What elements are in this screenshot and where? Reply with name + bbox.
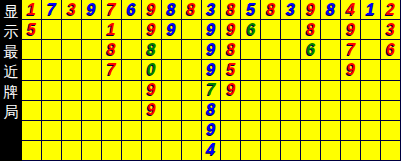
cell-r4c17: 9 bbox=[341, 60, 361, 80]
cell-r5c4 bbox=[82, 81, 102, 101]
cell-r5c17 bbox=[341, 81, 361, 101]
cell-r3c2 bbox=[42, 40, 62, 60]
cell-r4c16 bbox=[321, 60, 341, 80]
cell-r7c11 bbox=[221, 121, 241, 141]
cell-r3c1 bbox=[22, 40, 42, 60]
cell-r1c9: 8 bbox=[182, 0, 202, 20]
cell-r5c10: 7 bbox=[202, 81, 222, 101]
cell-r2c5: 1 bbox=[102, 20, 122, 40]
cell-r2c11: 9 bbox=[221, 20, 241, 40]
cell-r5c6 bbox=[122, 81, 142, 101]
cell-r8c1 bbox=[22, 141, 42, 161]
cell-r7c5 bbox=[102, 121, 122, 141]
cell-r2c17: 9 bbox=[341, 20, 361, 40]
cell-r6c2 bbox=[42, 101, 62, 121]
cell-r5c7: 9 bbox=[142, 81, 162, 101]
title-char: 局 bbox=[4, 102, 19, 122]
cell-r8c18 bbox=[361, 141, 381, 161]
cell-r2c7: 9 bbox=[142, 20, 162, 40]
cell-r2c4 bbox=[82, 20, 102, 40]
cell-r6c8 bbox=[162, 101, 182, 121]
cell-r3c17: 7 bbox=[341, 40, 361, 60]
cell-r4c14 bbox=[281, 60, 301, 80]
cell-r1c4: 9 bbox=[82, 0, 102, 20]
cell-r2c9 bbox=[182, 20, 202, 40]
cell-r1c12: 5 bbox=[241, 0, 261, 20]
cell-r3c5: 8 bbox=[102, 40, 122, 60]
cell-r3c11: 8 bbox=[221, 40, 241, 60]
cell-r4c9 bbox=[182, 60, 202, 80]
cell-r5c9 bbox=[182, 81, 202, 101]
cell-r2c14 bbox=[281, 20, 301, 40]
title-char: 近 bbox=[4, 62, 19, 82]
cell-r8c2 bbox=[42, 141, 62, 161]
cell-r5c3 bbox=[62, 81, 82, 101]
cell-r7c10: 9 bbox=[202, 121, 222, 141]
cell-r3c7: 8 bbox=[142, 40, 162, 60]
cell-r6c19 bbox=[381, 101, 401, 121]
cell-r6c7: 9 bbox=[142, 101, 162, 121]
cell-r5c13 bbox=[261, 81, 281, 101]
cell-r6c14 bbox=[281, 101, 301, 121]
cell-r6c3 bbox=[62, 101, 82, 121]
cell-r8c12 bbox=[241, 141, 261, 161]
cell-r1c10: 3 bbox=[202, 0, 222, 20]
cell-r8c6 bbox=[122, 141, 142, 161]
cell-r1c17: 4 bbox=[341, 0, 361, 20]
cell-r3c15: 6 bbox=[301, 40, 321, 60]
cell-r1c8: 8 bbox=[162, 0, 182, 20]
title-char: 牌 bbox=[4, 82, 19, 102]
cell-r4c7: 0 bbox=[142, 60, 162, 80]
cell-r8c15 bbox=[301, 141, 321, 161]
cell-r6c5 bbox=[102, 101, 122, 121]
cell-r3c19: 6 bbox=[381, 40, 401, 60]
cell-r7c19 bbox=[381, 121, 401, 141]
cell-r2c8: 9 bbox=[162, 20, 182, 40]
cell-r2c18 bbox=[361, 20, 381, 40]
cell-r1c16: 8 bbox=[321, 0, 341, 20]
cell-r7c15 bbox=[301, 121, 321, 141]
cell-r8c11 bbox=[221, 141, 241, 161]
cell-r4c6 bbox=[122, 60, 142, 80]
cell-r4c12 bbox=[241, 60, 261, 80]
cell-r5c19 bbox=[381, 81, 401, 101]
cell-r3c14 bbox=[281, 40, 301, 60]
cell-r8c4 bbox=[82, 141, 102, 161]
cell-r3c12 bbox=[241, 40, 261, 60]
cell-r8c13 bbox=[261, 141, 281, 161]
cell-r8c17 bbox=[341, 141, 361, 161]
cell-r4c18 bbox=[361, 60, 381, 80]
cell-r7c13 bbox=[261, 121, 281, 141]
cell-r6c9 bbox=[182, 101, 202, 121]
cell-r4c13 bbox=[261, 60, 281, 80]
cell-r4c10: 9 bbox=[202, 60, 222, 80]
cell-r1c2: 7 bbox=[42, 0, 62, 20]
cell-r1c7: 9 bbox=[142, 0, 162, 20]
title-char: 示 bbox=[4, 22, 19, 42]
cell-r2c2 bbox=[42, 20, 62, 40]
cell-r4c8 bbox=[162, 60, 182, 80]
cell-r6c6 bbox=[122, 101, 142, 121]
cell-r7c17 bbox=[341, 121, 361, 141]
cell-r1c19: 2 bbox=[381, 0, 401, 20]
cell-r2c12: 6 bbox=[241, 20, 261, 40]
cell-r6c16 bbox=[321, 101, 341, 121]
recent-games-board: 显 示 最 近 牌 局 1739769883858398412519999689… bbox=[0, 0, 401, 161]
cell-r8c5 bbox=[102, 141, 122, 161]
cell-r1c18: 1 bbox=[361, 0, 381, 20]
cell-r7c18 bbox=[361, 121, 381, 141]
cell-r7c14 bbox=[281, 121, 301, 141]
cell-r5c12 bbox=[241, 81, 261, 101]
cell-r5c1 bbox=[22, 81, 42, 101]
cell-r2c15: 8 bbox=[301, 20, 321, 40]
cell-r3c3 bbox=[62, 40, 82, 60]
cell-r7c7 bbox=[142, 121, 162, 141]
cell-r6c11 bbox=[221, 101, 241, 121]
cell-r6c17 bbox=[341, 101, 361, 121]
cell-r2c13 bbox=[261, 20, 281, 40]
cell-r6c4 bbox=[82, 101, 102, 121]
cell-r7c16 bbox=[321, 121, 341, 141]
cell-r4c3 bbox=[62, 60, 82, 80]
cell-r3c4 bbox=[82, 40, 102, 60]
cell-r4c5: 7 bbox=[102, 60, 122, 80]
cell-r2c1: 5 bbox=[22, 20, 42, 40]
cell-r5c11: 9 bbox=[221, 81, 241, 101]
cell-r3c8 bbox=[162, 40, 182, 60]
cell-r1c1: 1 bbox=[22, 0, 42, 20]
cell-r2c16 bbox=[321, 20, 341, 40]
cell-r8c7 bbox=[142, 141, 162, 161]
cell-r6c1 bbox=[22, 101, 42, 121]
cell-r8c3 bbox=[62, 141, 82, 161]
cell-r4c19 bbox=[381, 60, 401, 80]
cell-r3c6 bbox=[122, 40, 142, 60]
cell-r7c2 bbox=[42, 121, 62, 141]
cell-r5c18 bbox=[361, 81, 381, 101]
cell-r3c9 bbox=[182, 40, 202, 60]
cell-r7c1 bbox=[22, 121, 42, 141]
cell-r1c3: 3 bbox=[62, 0, 82, 20]
cell-r8c9 bbox=[182, 141, 202, 161]
cell-r5c5 bbox=[102, 81, 122, 101]
cell-r1c15: 9 bbox=[301, 0, 321, 20]
cell-r1c11: 8 bbox=[221, 0, 241, 20]
cell-r7c4 bbox=[82, 121, 102, 141]
cell-r7c3 bbox=[62, 121, 82, 141]
cell-r3c16 bbox=[321, 40, 341, 60]
cell-r6c15 bbox=[301, 101, 321, 121]
cell-r2c10: 9 bbox=[202, 20, 222, 40]
cell-r5c16 bbox=[321, 81, 341, 101]
cell-r5c2 bbox=[42, 81, 62, 101]
cell-r4c1 bbox=[22, 60, 42, 80]
cell-r6c12 bbox=[241, 101, 261, 121]
cell-r6c13 bbox=[261, 101, 281, 121]
cell-r3c10: 9 bbox=[202, 40, 222, 60]
cell-r3c13 bbox=[261, 40, 281, 60]
cell-r7c9 bbox=[182, 121, 202, 141]
cell-r5c15 bbox=[301, 81, 321, 101]
cell-r8c14 bbox=[281, 141, 301, 161]
cell-r1c14: 3 bbox=[281, 0, 301, 20]
cell-r7c12 bbox=[241, 121, 261, 141]
cell-r1c5: 7 bbox=[102, 0, 122, 20]
title-char: 显 bbox=[4, 2, 19, 22]
cell-r8c8 bbox=[162, 141, 182, 161]
cell-r5c14 bbox=[281, 81, 301, 101]
cell-r8c10: 4 bbox=[202, 141, 222, 161]
cell-r8c16 bbox=[321, 141, 341, 161]
cell-r2c19: 3 bbox=[381, 20, 401, 40]
cell-r3c18 bbox=[361, 40, 381, 60]
cell-r2c3 bbox=[62, 20, 82, 40]
results-grid: 1739769883858398412519999689388986767095… bbox=[22, 0, 401, 161]
cell-r6c10: 8 bbox=[202, 101, 222, 121]
cell-r6c18 bbox=[361, 101, 381, 121]
board-title-vertical: 显 示 最 近 牌 局 bbox=[0, 0, 22, 161]
title-char: 最 bbox=[4, 42, 19, 62]
cell-r1c6: 6 bbox=[122, 0, 142, 20]
cell-r1c13: 8 bbox=[261, 0, 281, 20]
cell-r7c8 bbox=[162, 121, 182, 141]
cell-r8c19 bbox=[381, 141, 401, 161]
cell-r4c11: 5 bbox=[221, 60, 241, 80]
cell-r4c4 bbox=[82, 60, 102, 80]
cell-r5c8 bbox=[162, 81, 182, 101]
cell-r4c2 bbox=[42, 60, 62, 80]
cell-r4c15 bbox=[301, 60, 321, 80]
cell-r7c6 bbox=[122, 121, 142, 141]
cell-r2c6 bbox=[122, 20, 142, 40]
